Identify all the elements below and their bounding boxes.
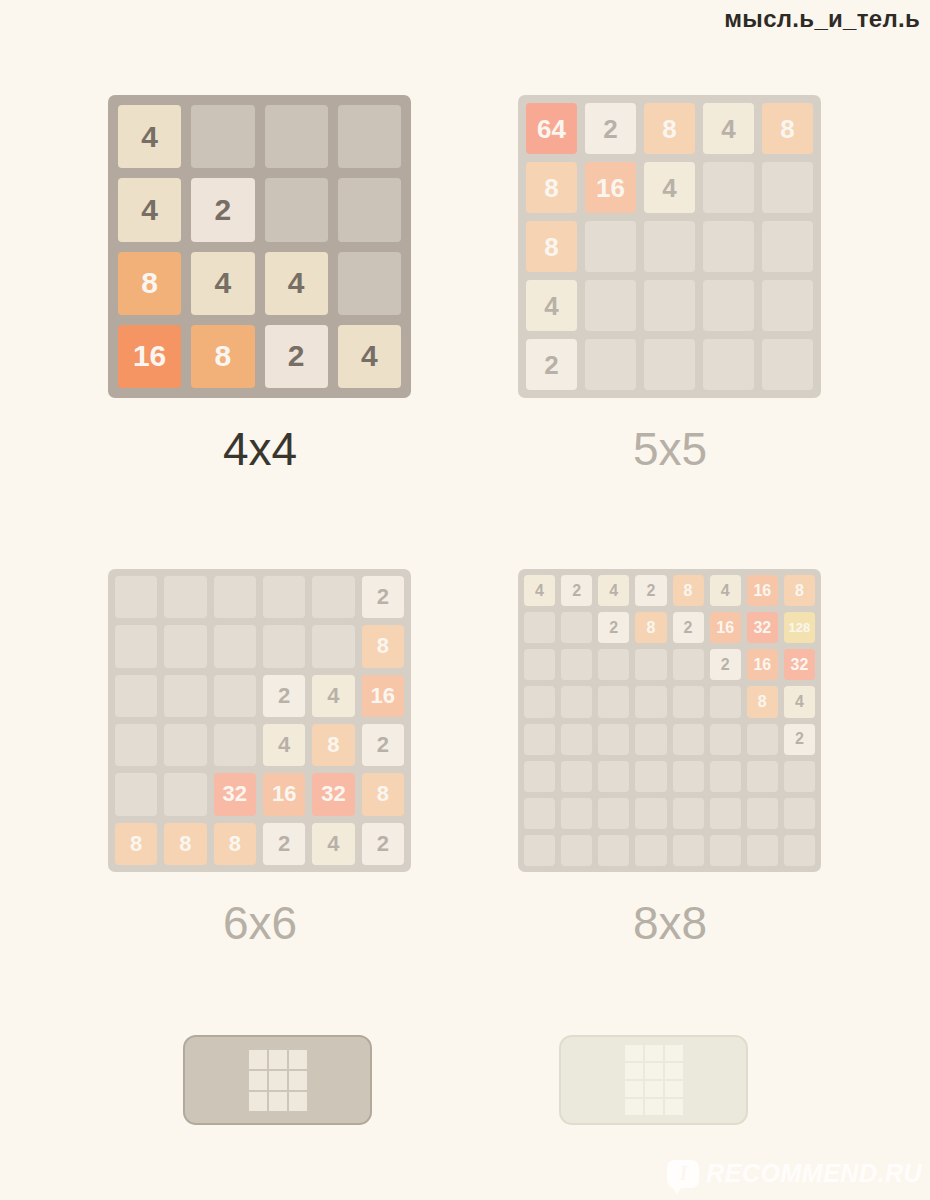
square-boards-button[interactable] [183, 1035, 372, 1125]
empty-cell [524, 686, 555, 717]
empty-cell [635, 649, 666, 680]
tile-16: 16 [747, 575, 778, 606]
empty-cell [762, 162, 813, 213]
grid-icon-cell [665, 1063, 683, 1079]
grid-icon-cell [625, 1063, 643, 1079]
empty-cell [338, 178, 401, 241]
empty-cell [598, 798, 629, 829]
empty-cell [524, 724, 555, 755]
empty-cell [524, 612, 555, 643]
grid-3x4-icon [625, 1045, 683, 1115]
tile-2: 2 [263, 675, 305, 717]
tile-2: 2 [585, 103, 636, 154]
game-page: мысл.ь_и_тел.ь 44284416824 4x4 642848816… [0, 0, 930, 1200]
grid-icon-cell [625, 1081, 643, 1097]
empty-cell [115, 773, 157, 815]
tile-4: 4 [312, 823, 354, 865]
empty-cell [585, 339, 636, 390]
board-6x6[interactable]: 2824164823216328888242 [108, 569, 411, 872]
empty-cell [747, 835, 778, 866]
empty-cell [561, 798, 592, 829]
empty-cell [784, 798, 815, 829]
grid-icon-cell [269, 1050, 287, 1069]
tile-16: 16 [263, 773, 305, 815]
recommend-logo-icon: I [667, 1160, 699, 1188]
tile-32: 32 [312, 773, 354, 815]
mode-label-4x4: 4x4 [108, 424, 412, 475]
empty-cell [115, 625, 157, 667]
recommend-watermark: I RECOMMEND.RU [667, 1159, 922, 1188]
empty-cell [762, 280, 813, 331]
empty-cell [585, 280, 636, 331]
empty-cell [524, 835, 555, 866]
empty-cell [673, 724, 704, 755]
empty-cell [115, 576, 157, 618]
tile-8: 8 [762, 103, 813, 154]
grid-icon-cell [269, 1071, 287, 1090]
empty-cell [214, 625, 256, 667]
tile-4: 4 [703, 103, 754, 154]
mode-label-8x8: 8x8 [518, 898, 822, 949]
grid-icon-cell [665, 1045, 683, 1061]
empty-cell [561, 761, 592, 792]
tile-2: 2 [191, 178, 254, 241]
empty-cell [703, 339, 754, 390]
tile-8: 8 [312, 724, 354, 766]
grid-icon-cell [645, 1045, 663, 1061]
grid-icon-cell [289, 1050, 307, 1069]
tile-8: 8 [644, 103, 695, 154]
empty-cell [164, 576, 206, 618]
tile-8: 8 [164, 823, 206, 865]
empty-cell [644, 280, 695, 331]
tile-8: 8 [362, 773, 404, 815]
empty-cell [673, 798, 704, 829]
grid-icon-cell [665, 1081, 683, 1097]
rect-boards-button[interactable] [559, 1035, 748, 1125]
empty-cell [635, 835, 666, 866]
tile-4: 4 [263, 724, 305, 766]
tile-2: 2 [784, 724, 815, 755]
empty-cell [784, 835, 815, 866]
empty-cell [762, 221, 813, 272]
empty-cell [164, 625, 206, 667]
tile-8: 8 [118, 252, 181, 315]
grid-icon-cell [625, 1045, 643, 1061]
empty-cell [747, 798, 778, 829]
empty-cell [214, 675, 256, 717]
tile-4: 4 [338, 325, 401, 388]
page-title: мысл.ь_и_тел.ь [724, 5, 920, 33]
empty-cell [164, 724, 206, 766]
empty-cell [561, 835, 592, 866]
empty-cell [265, 105, 328, 168]
empty-cell [598, 686, 629, 717]
tile-4: 4 [598, 575, 629, 606]
empty-cell [598, 761, 629, 792]
tile-8: 8 [747, 686, 778, 717]
empty-cell [312, 625, 354, 667]
tile-2: 2 [362, 724, 404, 766]
empty-cell [191, 105, 254, 168]
tile-4: 4 [526, 280, 577, 331]
grid-icon-cell [645, 1063, 663, 1079]
tile-2: 2 [362, 823, 404, 865]
tile-8: 8 [115, 823, 157, 865]
tile-4: 4 [118, 178, 181, 241]
empty-cell [214, 724, 256, 766]
tile-8: 8 [214, 823, 256, 865]
tile-2: 2 [673, 612, 704, 643]
tile-4: 4 [312, 675, 354, 717]
empty-cell [263, 576, 305, 618]
empty-cell [710, 798, 741, 829]
empty-cell [561, 612, 592, 643]
tile-2: 2 [710, 649, 741, 680]
mode-label-5x5: 5x5 [518, 424, 822, 475]
empty-cell [635, 724, 666, 755]
empty-cell [762, 339, 813, 390]
empty-cell [164, 675, 206, 717]
empty-cell [635, 798, 666, 829]
tile-8: 8 [362, 625, 404, 667]
grid-icon-cell [289, 1092, 307, 1111]
empty-cell [561, 724, 592, 755]
tile-32: 32 [214, 773, 256, 815]
tile-16: 16 [585, 162, 636, 213]
tile-4: 4 [524, 575, 555, 606]
tile-4: 4 [710, 575, 741, 606]
empty-cell [214, 576, 256, 618]
tile-16: 16 [118, 325, 181, 388]
empty-cell [164, 773, 206, 815]
tile-4: 4 [644, 162, 695, 213]
tile-8: 8 [784, 575, 815, 606]
empty-cell [312, 576, 354, 618]
empty-cell [784, 761, 815, 792]
empty-cell [673, 649, 704, 680]
empty-cell [338, 252, 401, 315]
empty-cell [644, 221, 695, 272]
empty-cell [561, 686, 592, 717]
empty-cell [635, 761, 666, 792]
tile-8: 8 [673, 575, 704, 606]
tile-8: 8 [635, 612, 666, 643]
grid-icon-cell [625, 1099, 643, 1115]
board-8x8[interactable]: 424284168282163212821632842 [518, 569, 821, 872]
empty-cell [338, 105, 401, 168]
tile-2: 2 [526, 339, 577, 390]
empty-cell [585, 221, 636, 272]
tile-8: 8 [526, 221, 577, 272]
empty-cell [598, 724, 629, 755]
empty-cell [524, 761, 555, 792]
empty-cell [710, 724, 741, 755]
tile-8: 8 [526, 162, 577, 213]
empty-cell [524, 649, 555, 680]
empty-cell [710, 835, 741, 866]
empty-cell [673, 835, 704, 866]
tile-16: 16 [747, 649, 778, 680]
tile-4: 4 [191, 252, 254, 315]
grid-icon-cell [249, 1050, 267, 1069]
empty-cell [703, 162, 754, 213]
tile-2: 2 [265, 325, 328, 388]
grid-icon-cell [665, 1099, 683, 1115]
empty-cell [747, 724, 778, 755]
empty-cell [710, 761, 741, 792]
grid-icon-cell [289, 1071, 307, 1090]
mode-5x5: 6428488164842 5x5 [518, 95, 822, 475]
tile-16: 16 [710, 612, 741, 643]
board-5x5[interactable]: 6428488164842 [518, 95, 821, 398]
grid-icon-cell [645, 1081, 663, 1097]
empty-cell [115, 724, 157, 766]
grid-icon-cell [249, 1092, 267, 1111]
tile-4: 4 [784, 686, 815, 717]
empty-cell [644, 339, 695, 390]
tile-4: 4 [118, 105, 181, 168]
grid-icon-cell [269, 1092, 287, 1111]
tile-16: 16 [362, 675, 404, 717]
empty-cell [710, 686, 741, 717]
empty-cell [598, 649, 629, 680]
mode-8x8: 424284168282163212821632842 8x8 [518, 569, 822, 949]
empty-cell [598, 835, 629, 866]
mode-label-6x6: 6x6 [108, 898, 412, 949]
tile-32: 32 [784, 649, 815, 680]
grid-3x3-icon [249, 1050, 307, 1111]
mode-4x4: 44284416824 4x4 [108, 95, 412, 475]
tile-2: 2 [263, 823, 305, 865]
empty-cell [524, 798, 555, 829]
empty-cell [635, 686, 666, 717]
empty-cell [703, 221, 754, 272]
tile-8: 8 [191, 325, 254, 388]
tile-2: 2 [362, 576, 404, 618]
tile-4: 4 [265, 252, 328, 315]
tile-2: 2 [561, 575, 592, 606]
empty-cell [561, 649, 592, 680]
empty-cell [747, 761, 778, 792]
empty-cell [115, 675, 157, 717]
tile-64: 64 [526, 103, 577, 154]
tile-2: 2 [635, 575, 666, 606]
mode-6x6: 2824164823216328888242 6x6 [108, 569, 412, 949]
grid-icon-cell [645, 1099, 663, 1115]
empty-cell [673, 761, 704, 792]
grid-icon-cell [249, 1071, 267, 1090]
empty-cell [265, 178, 328, 241]
board-4x4[interactable]: 44284416824 [108, 95, 411, 398]
watermark-text: RECOMMEND.RU [706, 1159, 922, 1188]
tile-128: 128 [784, 612, 815, 643]
tile-2: 2 [598, 612, 629, 643]
empty-cell [703, 280, 754, 331]
empty-cell [263, 625, 305, 667]
empty-cell [673, 686, 704, 717]
tile-32: 32 [747, 612, 778, 643]
